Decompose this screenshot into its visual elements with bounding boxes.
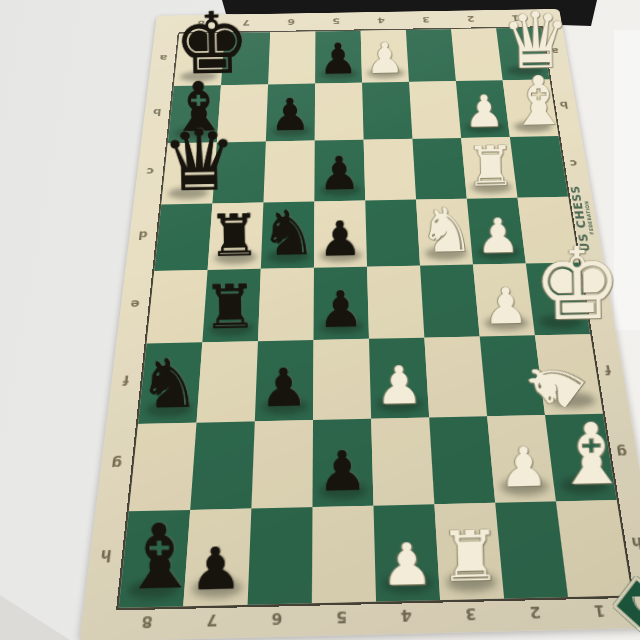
piece-black-knight-d6: ♞ (260, 208, 314, 260)
square-d3: ♞ (416, 198, 473, 265)
piece-white-rook-c2: ♜ (465, 144, 516, 190)
piece-white-pawn-b2: ♟ (460, 93, 509, 130)
square-h1 (556, 500, 632, 597)
square-d7: ♜ (208, 202, 264, 270)
square-g1: ♝ (545, 413, 617, 501)
square-e4 (367, 266, 424, 339)
square-f3 (424, 337, 487, 417)
square-c5: ♟ (314, 139, 365, 201)
square-g7 (190, 421, 255, 510)
square-b2: ♟ (456, 80, 510, 137)
piece-black-pawn-c5: ♟ (314, 155, 365, 194)
square-g2: ♟ (487, 414, 556, 502)
piece-black-pawn-e5: ♟ (313, 289, 369, 331)
rank-label-4: 4 (359, 12, 405, 30)
square-c8: ♛ (161, 142, 217, 204)
square-g8 (129, 422, 197, 511)
square-e2: ♟ (473, 264, 535, 337)
piece-white-pawn-h4: ♟ (375, 540, 440, 589)
piece-black-pawn-g5: ♟ (312, 449, 374, 495)
piece-black-pawn-h7: ♟ (183, 544, 248, 593)
square-f8: ♞ (138, 343, 202, 424)
square-d4 (365, 199, 420, 266)
piece-black-rook-d7: ♜ (207, 213, 261, 261)
piece-white-pawn-a4: ♟ (361, 41, 408, 77)
square-c4 (364, 138, 416, 200)
square-d6: ♞ (261, 201, 315, 269)
piece-black-pawn-d5: ♟ (313, 219, 367, 259)
board-3d-wrapper: 87654321 87654321 abcdefgh abcfgh ♚♟♟♛♝♟… (79, 9, 640, 640)
square-a4: ♟ (361, 30, 409, 83)
piece-white-rook-h3: ♜ (438, 529, 503, 588)
square-g3 (429, 416, 495, 504)
square-d5: ♟ (314, 200, 367, 267)
rank-label-3: 3 (403, 11, 449, 29)
square-g4 (371, 417, 434, 505)
square-a2 (451, 28, 503, 81)
square-f4: ♟ (369, 338, 429, 418)
square-e7: ♜ (202, 269, 260, 343)
square-f1: ♞ (535, 334, 603, 414)
square-h6 (248, 507, 313, 605)
square-d2: ♟ (467, 197, 526, 264)
square-e5: ♟ (314, 267, 369, 341)
square-h3: ♜ (434, 503, 504, 600)
piece-white-king-e1: ♚ (532, 243, 588, 326)
square-e3 (420, 265, 480, 338)
square-c3 (412, 138, 466, 200)
square-a5: ♟ (315, 31, 362, 84)
piece-black-knight-f8: ♞ (138, 356, 197, 413)
piece-white-pawn-g2: ♟ (493, 445, 554, 491)
square-e6 (258, 268, 314, 342)
square-g6 (251, 420, 313, 509)
piece-white-pawn-d2: ♟ (471, 216, 524, 256)
piece-black-pawn-f6: ♟ (254, 366, 313, 410)
rank-label-1: 1 (492, 9, 539, 27)
square-h5 (312, 505, 376, 603)
square-c6 (263, 140, 314, 202)
rank-label-8: 8 (178, 15, 225, 33)
square-b6: ♟ (266, 84, 315, 141)
square-e1: ♚ (526, 262, 590, 335)
piece-black-rook-e7: ♜ (202, 282, 258, 333)
chess-mat: 87654321 87654321 abcdefgh abcfgh ♚♟♟♛♝♟… (79, 9, 640, 640)
square-h4: ♟ (373, 504, 440, 602)
piece-white-pawn-e2: ♟ (478, 285, 534, 327)
square-f6: ♟ (255, 340, 314, 421)
square-b5 (315, 83, 364, 140)
rank-label-5: 5 (314, 12, 359, 30)
square-h8: ♝ (119, 510, 191, 608)
square-d8 (154, 203, 212, 271)
square-c2: ♜ (461, 137, 517, 199)
square-f7 (197, 341, 258, 422)
square-e8 (147, 270, 208, 344)
rank-label-2: 2 (448, 10, 495, 28)
square-a6 (268, 31, 315, 84)
piece-white-bishop-g1: ♝ (553, 419, 615, 490)
piece-black-pawn-a5: ♟ (314, 41, 361, 77)
square-a3 (406, 29, 456, 82)
piece-white-knight-d3: ♞ (419, 205, 473, 257)
square-f5 (313, 339, 371, 419)
square-b3 (409, 81, 461, 138)
square-b4 (362, 82, 412, 139)
piece-black-queen-c8: ♛ (161, 126, 213, 196)
piece-black-bishop-h8: ♝ (119, 520, 185, 595)
rank-label-6: 6 (268, 13, 313, 31)
rank-label-7: 7 (223, 14, 269, 32)
chessboard-photo: 87654321 87654321 abcdefgh abcfgh ♚♟♟♛♝♟… (0, 0, 640, 640)
square-g5: ♟ (312, 418, 373, 506)
piece-black-pawn-b6: ♟ (265, 97, 314, 134)
piece-white-pawn-f4: ♟ (370, 364, 429, 408)
